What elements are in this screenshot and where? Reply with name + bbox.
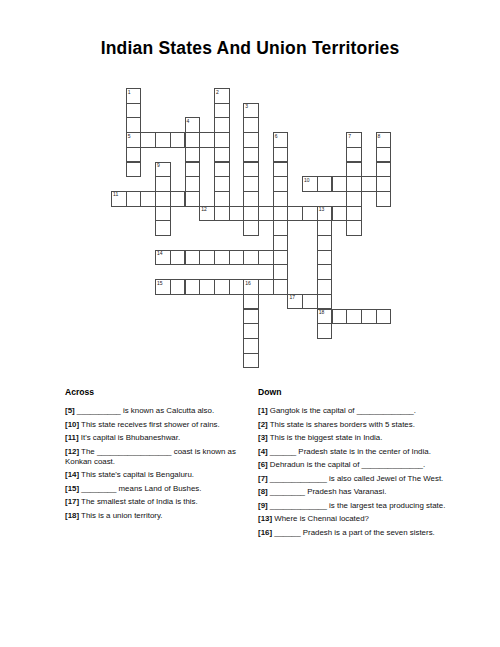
clue-text: _____________ is also called Jewel of Th…	[268, 474, 444, 483]
clue-number: [13]	[258, 514, 272, 523]
cell-number: 14	[157, 251, 163, 256]
grid-cell[interactable]: 16	[243, 279, 259, 295]
clue-text: ________ means Land of Bushes.	[79, 484, 201, 493]
cell-number: 6	[275, 134, 278, 139]
down-list: [1] Gangtok is the capital of __________…	[258, 406, 451, 538]
grid-cell[interactable]: 6	[273, 132, 289, 148]
grid-cell[interactable]	[317, 264, 333, 280]
clue-number: [7]	[258, 474, 268, 483]
grid-cell[interactable]	[273, 206, 289, 222]
grid-cell[interactable]	[243, 294, 259, 310]
grid-cell[interactable]	[317, 250, 333, 266]
clue-text: This is a union territory.	[79, 511, 162, 520]
grid-cell[interactable]	[170, 279, 186, 295]
grid-cell[interactable]	[126, 191, 142, 207]
grid-cell[interactable]	[317, 176, 333, 192]
grid-cell[interactable]	[243, 191, 259, 207]
grid-cell[interactable]	[317, 294, 333, 310]
clue-text: ______ Pradesh is a part of the seven si…	[272, 528, 435, 537]
grid-cell[interactable]	[317, 235, 333, 251]
across-section: Across [5] __________ is known as Calcut…	[65, 387, 253, 524]
cell-number: 18	[319, 310, 325, 315]
cell-number: 1	[128, 90, 131, 95]
grid-cell[interactable]	[126, 162, 142, 178]
grid-cell[interactable]	[214, 279, 230, 295]
cell-number: 12	[201, 207, 207, 212]
grid-cell[interactable]	[214, 176, 230, 192]
down-header: Down	[258, 387, 451, 397]
grid-cell[interactable]	[199, 132, 215, 148]
crossword-grid: 510111213141516171812346789	[111, 88, 391, 368]
grid-cell[interactable]	[332, 309, 348, 325]
grid-cell[interactable]: 17	[287, 294, 303, 310]
clue-item: [3] This is the biggest state in India.	[258, 433, 451, 443]
clue-number: [15]	[65, 484, 79, 493]
clue-item: [9] _____________ is the largest tea pro…	[258, 501, 451, 511]
grid-cell[interactable]: 5	[126, 132, 142, 148]
grid-cell[interactable]	[376, 191, 392, 207]
grid-cell[interactable]	[229, 250, 245, 266]
clue-number: [1]	[258, 406, 268, 415]
grid-cell[interactable]	[155, 220, 171, 236]
grid-cell[interactable]	[243, 338, 259, 354]
clue-text: _____________ is the largest tea produci…	[268, 501, 446, 510]
grid-cell[interactable]: 2	[214, 88, 230, 104]
clue-text: This state is shares borders with 5 stat…	[268, 420, 415, 429]
clue-number: [12]	[65, 447, 79, 456]
clue-item: [17] The smallest state of India is this…	[65, 497, 253, 507]
cell-number: 11	[113, 192, 118, 197]
cell-number: 5	[128, 134, 131, 139]
grid-cell[interactable]	[185, 162, 201, 178]
grid-cell[interactable]: 7	[346, 132, 362, 148]
grid-cell[interactable]	[258, 279, 274, 295]
grid-cell[interactable]	[214, 191, 230, 207]
grid-cell[interactable]: 13	[317, 206, 333, 222]
clue-number: [8]	[258, 487, 268, 496]
grid-cell[interactable]	[273, 235, 289, 251]
clue-number: [4]	[258, 447, 268, 456]
grid-cell[interactable]	[185, 176, 201, 192]
grid-cell[interactable]	[273, 220, 289, 236]
clue-text: This state's capital is Bengaluru.	[79, 470, 194, 479]
grid-cell[interactable]	[273, 191, 289, 207]
clue-item: [6] Dehradun is the capital of _________…	[258, 460, 451, 470]
crossword-page: { "game": "crossword", "title": "Indian …	[0, 0, 500, 647]
clue-number: [3]	[258, 433, 268, 442]
grid-cell[interactable]: 1	[126, 88, 142, 104]
grid-cell[interactable]: 14	[155, 250, 171, 266]
clue-text: Gangtok is the capital of _____________.	[268, 406, 416, 415]
puzzle-title: Indian States And Union Territories	[0, 38, 500, 59]
grid-cell[interactable]	[243, 162, 259, 178]
cell-number: 17	[289, 295, 295, 300]
grid-cell[interactable]	[376, 162, 392, 178]
clue-item: [16] ______ Pradesh is a part of the sev…	[258, 528, 451, 538]
clue-item: [11] It's capital is Bhubaneshwar.	[65, 433, 253, 443]
grid-cell[interactable]: 11	[111, 191, 127, 207]
clue-text: The smallest state of India is this.	[79, 497, 198, 506]
clue-item: [2] This state is shares borders with 5 …	[258, 420, 451, 430]
grid-cell[interactable]: 9	[155, 162, 171, 178]
grid-cell[interactable]	[317, 220, 333, 236]
cell-number: 15	[157, 281, 163, 286]
clue-number: [16]	[258, 528, 272, 537]
grid-cell[interactable]	[273, 162, 289, 178]
grid-cell[interactable]	[243, 220, 259, 236]
grid-cell[interactable]	[346, 206, 362, 222]
clue-item: [12] The _________________ coast is know…	[65, 447, 253, 467]
grid-cell[interactable]	[155, 206, 171, 222]
grid-cell[interactable]	[346, 220, 362, 236]
grid-cell[interactable]	[155, 191, 171, 207]
across-list: [5] __________ is known as Calcutta also…	[65, 406, 253, 521]
grid-cell[interactable]: 10	[302, 176, 318, 192]
clue-item: [13] Where is Chennai located?	[258, 514, 451, 524]
grid-cell[interactable]	[346, 309, 362, 325]
grid-cell[interactable]	[243, 132, 259, 148]
grid-cell[interactable]	[243, 309, 259, 325]
grid-cell[interactable]: 4	[185, 117, 201, 133]
grid-cell[interactable]: 15	[155, 279, 171, 295]
grid-cell[interactable]	[229, 206, 245, 222]
grid-cell[interactable]	[258, 250, 274, 266]
cell-number: 3	[245, 104, 248, 109]
clue-text: It's capital is Bhubaneshwar.	[79, 433, 181, 442]
clue-item: [18] This is a union territory.	[65, 511, 253, 521]
grid-cell[interactable]	[361, 176, 377, 192]
grid-cell[interactable]	[170, 250, 186, 266]
down-section: Down [1] Gangtok is the capital of _____…	[258, 387, 451, 541]
clue-item: [14] This state's capital is Bengaluru.	[65, 470, 253, 480]
grid-cell[interactable]	[229, 279, 245, 295]
cell-number: 8	[378, 134, 381, 139]
clue-item: [8] ________ Pradesh has Varanasi.	[258, 487, 451, 497]
cell-number: 4	[187, 119, 190, 124]
clue-text: This state receives first shower of rain…	[79, 420, 220, 429]
grid-cell[interactable]	[126, 117, 142, 133]
grid-cell[interactable]	[243, 147, 259, 163]
grid-cell[interactable]: 3	[243, 103, 259, 119]
grid-cell[interactable]	[361, 309, 377, 325]
clue-text: __________ is known as Calcutta also.	[75, 406, 215, 415]
clue-text: The _________________ coast is known as …	[65, 447, 236, 466]
cell-number: 9	[157, 163, 160, 168]
cell-number: 7	[348, 134, 351, 139]
clue-item: [5] __________ is known as Calcutta also…	[65, 406, 253, 416]
grid-cell[interactable]	[346, 176, 362, 192]
grid-cell[interactable]	[185, 132, 201, 148]
clue-item: [4] ______ Pradesh state is in the cente…	[258, 447, 451, 457]
grid-cell[interactable]	[185, 147, 201, 163]
grid-cell[interactable]	[199, 250, 215, 266]
grid-cell[interactable]	[170, 132, 186, 148]
grid-cell[interactable]	[243, 323, 259, 339]
grid-cell[interactable]	[332, 206, 348, 222]
clue-text: This is the biggest state in India.	[268, 433, 383, 442]
grid-cell[interactable]	[273, 264, 289, 280]
grid-cell[interactable]	[185, 250, 201, 266]
clue-number: [10]	[65, 420, 79, 429]
cell-number: 2	[216, 90, 219, 95]
clue-number: [17]	[65, 497, 79, 506]
grid-cell[interactable]: 8	[376, 132, 392, 148]
grid-cell[interactable]	[302, 294, 318, 310]
clue-number: [2]	[258, 420, 268, 429]
clue-text: ______ Pradesh state is in the center of…	[268, 447, 431, 456]
grid-cell[interactable]	[302, 206, 318, 222]
clue-item: [1] Gangtok is the capital of __________…	[258, 406, 451, 416]
clue-number: [6]	[258, 460, 268, 469]
grid-cell[interactable]	[287, 206, 303, 222]
clue-text: ________ Pradesh has Varanasi.	[268, 487, 387, 496]
grid-cell[interactable]	[214, 132, 230, 148]
grid-cell[interactable]	[214, 117, 230, 133]
grid-cell[interactable]	[126, 103, 142, 119]
grid-cell[interactable]	[214, 206, 230, 222]
grid-cell[interactable]	[346, 191, 362, 207]
grid-cell[interactable]	[376, 147, 392, 163]
grid-cell[interactable]	[214, 250, 230, 266]
grid-cell[interactable]	[243, 117, 259, 133]
cell-number: 13	[319, 207, 325, 212]
clue-item: [10] This state receives first shower of…	[65, 420, 253, 430]
grid-cell[interactable]	[376, 309, 392, 325]
across-header: Across	[65, 387, 253, 397]
cell-number: 16	[245, 281, 251, 286]
grid-cell[interactable]	[273, 147, 289, 163]
grid-cell[interactable]	[346, 162, 362, 178]
grid-cell[interactable]	[155, 176, 171, 192]
grid-cell[interactable]	[317, 323, 333, 339]
grid-cell[interactable]	[376, 176, 392, 192]
grid-cell[interactable]	[243, 206, 259, 222]
clue-text: Dehradun is the capital of _____________…	[268, 460, 426, 469]
clue-number: [9]	[258, 501, 268, 510]
grid-cell[interactable]	[346, 147, 362, 163]
grid-cell[interactable]	[258, 206, 274, 222]
grid-cell[interactable]	[170, 191, 186, 207]
grid-cell[interactable]	[140, 132, 156, 148]
clue-item: [7] _____________ is also called Jewel o…	[258, 474, 451, 484]
clue-number: [18]	[65, 511, 79, 520]
grid-cell[interactable]	[185, 191, 201, 207]
cell-number: 10	[304, 178, 310, 183]
grid-cell[interactable]	[243, 353, 259, 369]
grid-cell[interactable]	[317, 279, 333, 295]
grid-cell[interactable]	[243, 250, 259, 266]
clue-number: [5]	[65, 406, 75, 415]
grid-cell[interactable]	[126, 147, 142, 163]
grid-cell[interactable]	[199, 279, 215, 295]
grid-cell[interactable]	[332, 176, 348, 192]
grid-cell[interactable]	[140, 191, 156, 207]
grid-cell[interactable]	[214, 103, 230, 119]
grid-cell[interactable]	[214, 147, 230, 163]
grid-cell[interactable]	[155, 132, 171, 148]
grid-cell[interactable]	[273, 279, 289, 295]
grid-cell[interactable]	[273, 250, 289, 266]
clue-number: [14]	[65, 470, 79, 479]
grid-cell[interactable]: 18	[317, 309, 333, 325]
grid-cell[interactable]	[273, 176, 289, 192]
grid-cell[interactable]: 12	[199, 206, 215, 222]
grid-cell[interactable]	[185, 279, 201, 295]
clue-text: Where is Chennai located?	[272, 514, 369, 523]
clue-number: [11]	[65, 433, 79, 442]
grid-cell[interactable]	[214, 162, 230, 178]
clue-item: [15] ________ means Land of Bushes.	[65, 484, 253, 494]
grid-cell[interactable]	[243, 176, 259, 192]
